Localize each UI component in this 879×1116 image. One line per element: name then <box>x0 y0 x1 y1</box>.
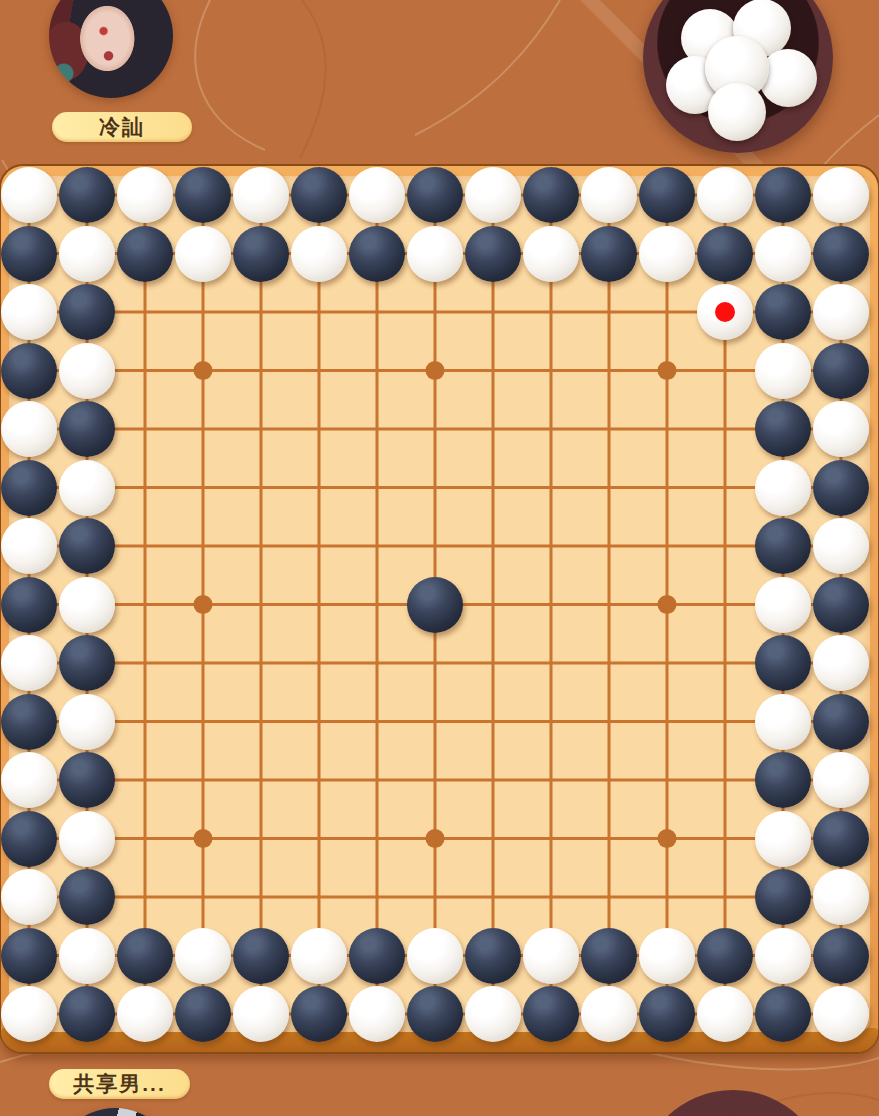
stone-white <box>1 635 57 691</box>
stone-black <box>523 986 579 1042</box>
stone-black <box>755 635 811 691</box>
stone-white <box>59 694 115 750</box>
stone-white <box>175 928 231 984</box>
stone-white <box>59 811 115 867</box>
stone-white <box>1 752 57 808</box>
stone-black <box>1 460 57 516</box>
stone-white <box>697 167 753 223</box>
stone-white <box>349 986 405 1042</box>
stone-black <box>59 518 115 574</box>
stone-black <box>59 752 115 808</box>
stone-white <box>291 928 347 984</box>
stone-white <box>697 284 753 340</box>
board-surface[interactable] <box>9 176 870 1032</box>
stone-black <box>233 928 289 984</box>
stone-black <box>813 811 869 867</box>
stone-white <box>59 226 115 282</box>
bowl-stone <box>759 49 817 107</box>
stone-white <box>813 284 869 340</box>
stone-white <box>523 928 579 984</box>
stone-black <box>465 226 521 282</box>
stone-white <box>755 343 811 399</box>
stone-black <box>291 167 347 223</box>
stone-black <box>581 226 637 282</box>
stone-white <box>291 226 347 282</box>
stone-black <box>813 577 869 633</box>
stone-white <box>1 518 57 574</box>
stone-black <box>349 226 405 282</box>
player-name-top: 冷訕 <box>99 113 145 141</box>
game-screen: 冷訕 共享男... <box>0 0 879 1116</box>
stone-black <box>175 167 231 223</box>
stone-white <box>1 167 57 223</box>
stone-black <box>349 928 405 984</box>
stone-black <box>755 752 811 808</box>
stone-black <box>639 986 695 1042</box>
stone-white <box>117 986 173 1042</box>
stone-white <box>59 343 115 399</box>
stone-white <box>755 226 811 282</box>
stone-black <box>465 928 521 984</box>
stone-black <box>407 167 463 223</box>
stone-black <box>755 401 811 457</box>
stone-white <box>813 869 869 925</box>
bowl-stone <box>708 83 766 141</box>
stone-white <box>813 635 869 691</box>
stone-white <box>407 226 463 282</box>
stone-white <box>755 577 811 633</box>
stone-black <box>813 343 869 399</box>
stone-black <box>755 518 811 574</box>
stone-black <box>59 167 115 223</box>
stone-black <box>1 577 57 633</box>
stone-white <box>639 226 695 282</box>
stone-white <box>117 167 173 223</box>
stone-white <box>755 811 811 867</box>
stone-black <box>813 226 869 282</box>
player-name-bottom: 共享男... <box>73 1070 166 1098</box>
stone-black <box>755 284 811 340</box>
stone-black <box>407 986 463 1042</box>
player-name-pill-top: 冷訕 <box>52 112 192 142</box>
stone-white <box>465 167 521 223</box>
stone-black <box>407 577 463 633</box>
last-move-marker <box>715 302 735 322</box>
stone-black <box>59 869 115 925</box>
stone-black <box>1 226 57 282</box>
stone-black <box>1 694 57 750</box>
stone-black <box>175 986 231 1042</box>
stone-white <box>1 284 57 340</box>
stone-white <box>813 518 869 574</box>
stone-white <box>1 986 57 1042</box>
stone-white <box>1 401 57 457</box>
stone-white <box>813 986 869 1042</box>
stone-black <box>117 928 173 984</box>
stone-white <box>755 928 811 984</box>
stone-black <box>59 986 115 1042</box>
stone-white <box>813 167 869 223</box>
stone-black <box>581 928 637 984</box>
stone-white <box>755 694 811 750</box>
stone-white <box>349 167 405 223</box>
stone-black <box>1 343 57 399</box>
stone-black <box>813 460 869 516</box>
stone-white <box>581 986 637 1042</box>
stone-white <box>59 460 115 516</box>
stone-black <box>639 167 695 223</box>
stone-black <box>697 928 753 984</box>
stone-black <box>755 986 811 1042</box>
stone-white <box>523 226 579 282</box>
go-board-frame <box>1 166 878 1052</box>
stone-white <box>465 986 521 1042</box>
stone-white <box>59 577 115 633</box>
stone-black <box>755 167 811 223</box>
stone-white <box>755 460 811 516</box>
stone-black <box>1 811 57 867</box>
stone-white <box>813 401 869 457</box>
stone-black <box>59 635 115 691</box>
stone-black <box>59 284 115 340</box>
player-name-pill-bottom: 共享男... <box>49 1069 190 1099</box>
stone-black <box>117 226 173 282</box>
stone-white <box>59 928 115 984</box>
stone-white <box>639 928 695 984</box>
stone-black <box>291 986 347 1042</box>
stone-white <box>1 869 57 925</box>
stones-layer <box>9 176 870 1032</box>
stone-black <box>813 694 869 750</box>
stone-black <box>233 226 289 282</box>
stone-black <box>59 401 115 457</box>
stone-black <box>523 167 579 223</box>
stone-white <box>175 226 231 282</box>
stone-black <box>813 928 869 984</box>
stone-white <box>581 167 637 223</box>
stone-black <box>697 226 753 282</box>
stone-white <box>697 986 753 1042</box>
stone-white <box>813 752 869 808</box>
stone-white <box>233 167 289 223</box>
stone-white <box>233 986 289 1042</box>
stone-white <box>407 928 463 984</box>
stone-black <box>1 928 57 984</box>
stone-black <box>755 869 811 925</box>
